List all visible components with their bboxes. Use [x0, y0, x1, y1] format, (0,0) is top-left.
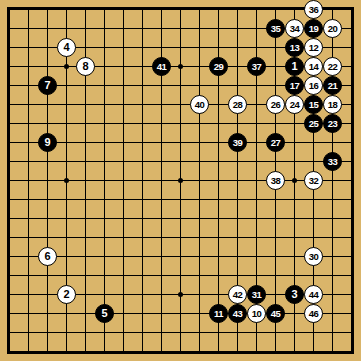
stone-white-22[interactable]: 22: [323, 57, 342, 76]
stone-white-42[interactable]: 42: [228, 285, 247, 304]
stone-white-32[interactable]: 32: [304, 171, 323, 190]
stone-move-number: 27: [271, 138, 280, 148]
stone-move-number: 35: [271, 24, 280, 34]
stone-black-1[interactable]: 1: [285, 57, 304, 76]
stone-black-25[interactable]: 25: [304, 114, 323, 133]
stone-move-number: 3: [291, 289, 297, 300]
stone-move-number: 6: [44, 251, 50, 262]
stone-move-number: 5: [101, 308, 107, 319]
go-board[interactable]: 1234567891011121314151617181920212223242…: [0, 0, 361, 361]
stone-move-number: 10: [252, 309, 261, 319]
stone-move-number: 46: [309, 309, 318, 319]
stone-white-16[interactable]: 16: [304, 76, 323, 95]
stone-move-number: 38: [271, 176, 280, 186]
stone-black-9[interactable]: 9: [38, 133, 57, 152]
stone-move-number: 39: [233, 138, 242, 148]
stone-white-46[interactable]: 46: [304, 304, 323, 323]
stone-move-number: 41: [157, 62, 166, 72]
stone-move-number: 9: [44, 137, 50, 148]
stone-move-number: 15: [309, 100, 318, 110]
stone-move-number: 22: [328, 62, 337, 72]
stone-black-21[interactable]: 21: [323, 76, 342, 95]
star-point-k16: [178, 64, 183, 69]
stone-white-24[interactable]: 24: [285, 95, 304, 114]
stone-white-18[interactable]: 18: [323, 95, 342, 114]
stone-move-number: 36: [309, 5, 318, 15]
stone-white-2[interactable]: 2: [57, 285, 76, 304]
stone-move-number: 18: [328, 100, 337, 110]
stone-white-8[interactable]: 8: [76, 57, 95, 76]
stone-black-37[interactable]: 37: [247, 57, 266, 76]
stone-move-number: 7: [44, 80, 50, 91]
stone-move-number: 2: [63, 289, 69, 300]
star-point-k4: [178, 292, 183, 297]
stone-move-number: 28: [233, 100, 242, 110]
stone-white-4[interactable]: 4: [57, 38, 76, 57]
stone-white-40[interactable]: 40: [190, 95, 209, 114]
stone-move-number: 16: [309, 81, 318, 91]
stone-black-33[interactable]: 33: [323, 152, 342, 171]
stone-move-number: 4: [63, 42, 69, 53]
stone-move-number: 25: [309, 119, 318, 129]
stone-white-34[interactable]: 34: [285, 19, 304, 38]
star-point-d16: [64, 64, 69, 69]
stone-move-number: 11: [214, 309, 223, 319]
stone-move-number: 21: [328, 81, 337, 91]
stone-move-number: 20: [328, 24, 337, 34]
stone-white-44[interactable]: 44: [304, 285, 323, 304]
stone-black-43[interactable]: 43: [228, 304, 247, 323]
stone-move-number: 29: [214, 62, 223, 72]
stone-white-10[interactable]: 10: [247, 304, 266, 323]
stone-move-number: 8: [82, 61, 88, 72]
stone-move-number: 42: [233, 290, 242, 300]
stone-move-number: 34: [290, 24, 299, 34]
stone-black-35[interactable]: 35: [266, 19, 285, 38]
stone-move-number: 24: [290, 100, 299, 110]
stone-black-31[interactable]: 31: [247, 285, 266, 304]
stone-move-number: 32: [309, 176, 318, 186]
stone-move-number: 37: [252, 62, 261, 72]
stone-move-number: 19: [309, 24, 318, 34]
stone-black-19[interactable]: 19: [304, 19, 323, 38]
stone-move-number: 23: [328, 119, 337, 129]
stone-move-number: 44: [309, 290, 318, 300]
stone-black-17[interactable]: 17: [285, 76, 304, 95]
stone-move-number: 26: [271, 100, 280, 110]
go-diagram: 1234567891011121314151617181920212223242…: [0, 0, 361, 361]
star-point-q10: [292, 178, 297, 183]
stone-move-number: 43: [233, 309, 242, 319]
stone-move-number: 33: [328, 157, 337, 167]
stone-black-3[interactable]: 3: [285, 285, 304, 304]
star-point-k10: [178, 178, 183, 183]
stone-move-number: 40: [195, 100, 204, 110]
stone-black-5[interactable]: 5: [95, 304, 114, 323]
stone-move-number: 13: [290, 43, 299, 53]
stone-black-29[interactable]: 29: [209, 57, 228, 76]
stone-black-41[interactable]: 41: [152, 57, 171, 76]
stone-white-28[interactable]: 28: [228, 95, 247, 114]
stone-white-6[interactable]: 6: [38, 247, 57, 266]
stone-white-14[interactable]: 14: [304, 57, 323, 76]
stone-move-number: 45: [271, 309, 280, 319]
stone-move-number: 30: [309, 252, 318, 262]
stone-black-15[interactable]: 15: [304, 95, 323, 114]
stone-move-number: 31: [252, 290, 261, 300]
star-point-d10: [64, 178, 69, 183]
stone-black-11[interactable]: 11: [209, 304, 228, 323]
stone-white-26[interactable]: 26: [266, 95, 285, 114]
stone-black-23[interactable]: 23: [323, 114, 342, 133]
stone-white-12[interactable]: 12: [304, 38, 323, 57]
stone-white-36[interactable]: 36: [304, 0, 323, 19]
stone-black-45[interactable]: 45: [266, 304, 285, 323]
stone-black-27[interactable]: 27: [266, 133, 285, 152]
stone-white-30[interactable]: 30: [304, 247, 323, 266]
stone-white-20[interactable]: 20: [323, 19, 342, 38]
stone-black-7[interactable]: 7: [38, 76, 57, 95]
stone-white-38[interactable]: 38: [266, 171, 285, 190]
stone-move-number: 1: [291, 61, 297, 72]
stone-black-39[interactable]: 39: [228, 133, 247, 152]
stone-move-number: 17: [290, 81, 299, 91]
stone-move-number: 14: [309, 62, 318, 72]
stone-black-13[interactable]: 13: [285, 38, 304, 57]
stone-move-number: 12: [309, 43, 318, 53]
